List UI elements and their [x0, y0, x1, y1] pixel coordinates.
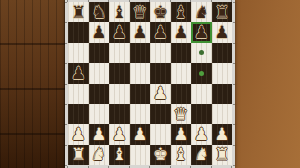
square-e3[interactable]	[150, 104, 171, 124]
black-pawn: ♟	[194, 24, 209, 41]
square-c7[interactable]: ♟	[109, 22, 130, 42]
square-g8[interactable]: ♞	[191, 2, 212, 22]
white-rook: ♜	[71, 146, 86, 163]
square-d2[interactable]: ♟	[130, 124, 151, 144]
square-c5[interactable]	[109, 63, 130, 83]
wood-table-background: ♜♞♝♛♚♝♞♜♟♟♟♟♟♟♟♟♟♛♟♟♟♟♟♟♟♜♞♝♚♝♞♜	[0, 0, 300, 168]
square-d7[interactable]: ♟	[130, 22, 151, 42]
square-h5[interactable]	[212, 63, 233, 83]
chess-board-frame: ♜♞♝♛♚♝♞♜♟♟♟♟♟♟♟♟♟♛♟♟♟♟♟♟♟♜♞♝♚♝♞♜	[65, 0, 235, 168]
frame-ticks-bottom	[67, 166, 233, 168]
square-d8[interactable]: ♛	[130, 2, 151, 22]
black-queen: ♛	[132, 4, 147, 21]
square-b5[interactable]	[89, 63, 110, 83]
square-a1[interactable]: ♜	[68, 145, 89, 165]
square-e2[interactable]	[150, 124, 171, 144]
square-b6[interactable]	[89, 43, 110, 63]
square-b4[interactable]	[89, 84, 110, 104]
frame-ticks-left	[65, 2, 67, 166]
black-rook: ♜	[214, 4, 229, 21]
legal-move-dot[interactable]	[199, 50, 204, 55]
square-e8[interactable]: ♚	[150, 2, 171, 22]
square-h6[interactable]	[212, 43, 233, 63]
black-pawn: ♟	[173, 24, 188, 41]
wood-plank-right	[230, 0, 300, 168]
square-e6[interactable]	[150, 43, 171, 63]
square-f6[interactable]	[171, 43, 192, 63]
black-pawn: ♟	[112, 24, 127, 41]
wood-plank-left	[0, 0, 70, 168]
square-f2[interactable]: ♟	[171, 124, 192, 144]
square-e7[interactable]: ♟	[150, 22, 171, 42]
black-pawn: ♟	[153, 24, 168, 41]
black-pawn: ♟	[214, 24, 229, 41]
square-g4[interactable]	[191, 84, 212, 104]
square-a3[interactable]	[68, 104, 89, 124]
square-g3[interactable]	[191, 104, 212, 124]
square-f1[interactable]: ♝	[171, 145, 192, 165]
square-f3[interactable]: ♛	[171, 104, 192, 124]
square-h8[interactable]: ♜	[212, 2, 233, 22]
square-b1[interactable]: ♞	[89, 145, 110, 165]
black-bishop: ♝	[173, 4, 188, 21]
black-knight: ♞	[91, 4, 106, 21]
square-e4[interactable]: ♟	[150, 84, 171, 104]
square-f8[interactable]: ♝	[171, 2, 192, 22]
legal-move-dot[interactable]	[199, 71, 204, 76]
white-queen: ♛	[173, 106, 188, 123]
white-pawn: ♟	[173, 126, 188, 143]
square-g7[interactable]: ♟	[191, 22, 212, 42]
white-pawn: ♟	[91, 126, 106, 143]
square-g5[interactable]	[191, 63, 212, 83]
white-pawn: ♟	[153, 85, 168, 102]
black-pawn: ♟	[132, 24, 147, 41]
white-pawn: ♟	[214, 126, 229, 143]
square-d3[interactable]	[130, 104, 151, 124]
square-a8[interactable]: ♜	[68, 2, 89, 22]
square-c3[interactable]	[109, 104, 130, 124]
square-b3[interactable]	[89, 104, 110, 124]
white-king: ♚	[153, 146, 168, 163]
square-a5[interactable]: ♟	[68, 63, 89, 83]
square-c2[interactable]: ♟	[109, 124, 130, 144]
square-d4[interactable]	[130, 84, 151, 104]
square-a6[interactable]	[68, 43, 89, 63]
square-d6[interactable]	[130, 43, 151, 63]
square-a4[interactable]	[68, 84, 89, 104]
square-b7[interactable]: ♟	[89, 22, 110, 42]
white-bishop: ♝	[112, 146, 127, 163]
chess-board-grid: ♜♞♝♛♚♝♞♜♟♟♟♟♟♟♟♟♟♛♟♟♟♟♟♟♟♜♞♝♚♝♞♜	[68, 2, 232, 165]
black-bishop: ♝	[112, 4, 127, 21]
square-f5[interactable]	[171, 63, 192, 83]
square-h1[interactable]: ♜	[212, 145, 233, 165]
square-g1[interactable]: ♞	[191, 145, 212, 165]
white-pawn: ♟	[132, 126, 147, 143]
white-rook: ♜	[214, 146, 229, 163]
square-h4[interactable]	[212, 84, 233, 104]
square-g2[interactable]: ♟	[191, 124, 212, 144]
black-knight: ♞	[194, 4, 209, 21]
white-knight: ♞	[194, 146, 209, 163]
white-pawn: ♟	[71, 126, 86, 143]
square-b2[interactable]: ♟	[89, 124, 110, 144]
square-f7[interactable]: ♟	[171, 22, 192, 42]
square-f4[interactable]	[171, 84, 192, 104]
square-d1[interactable]	[130, 145, 151, 165]
square-h2[interactable]: ♟	[212, 124, 233, 144]
square-c6[interactable]	[109, 43, 130, 63]
square-c1[interactable]: ♝	[109, 145, 130, 165]
square-d5[interactable]	[130, 63, 151, 83]
square-e5[interactable]	[150, 63, 171, 83]
white-bishop: ♝	[173, 146, 188, 163]
black-pawn: ♟	[71, 65, 86, 82]
square-h3[interactable]	[212, 104, 233, 124]
square-g6[interactable]	[191, 43, 212, 63]
white-knight: ♞	[91, 146, 106, 163]
white-pawn: ♟	[194, 126, 209, 143]
square-a2[interactable]: ♟	[68, 124, 89, 144]
black-pawn: ♟	[91, 24, 106, 41]
square-a7[interactable]	[68, 22, 89, 42]
square-c8[interactable]: ♝	[109, 2, 130, 22]
frame-ticks-right	[233, 2, 235, 166]
square-h7[interactable]: ♟	[212, 22, 233, 42]
white-pawn: ♟	[112, 126, 127, 143]
square-b8[interactable]: ♞	[89, 2, 110, 22]
square-e1[interactable]: ♚	[150, 145, 171, 165]
black-king: ♚	[153, 4, 168, 21]
square-c4[interactable]	[109, 84, 130, 104]
black-rook: ♜	[71, 4, 86, 21]
